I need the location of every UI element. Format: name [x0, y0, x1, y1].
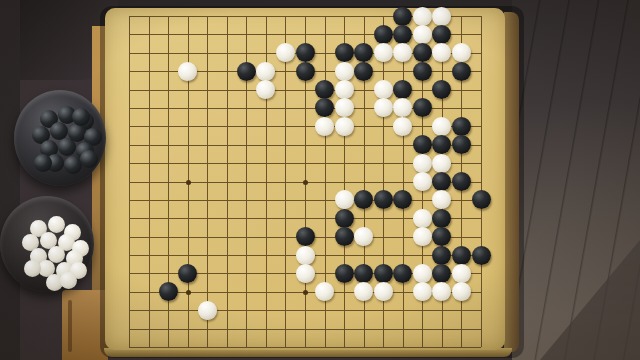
star-point: [303, 290, 308, 295]
black-stone: [335, 227, 354, 246]
black-stone: [335, 264, 354, 283]
white-stone: [315, 282, 334, 301]
white-stone: [432, 154, 451, 173]
black-stone: [413, 62, 432, 81]
black-stone: [374, 190, 393, 209]
black-stone: [432, 209, 451, 228]
white-stone: [296, 246, 315, 265]
white-bowl-stone: [60, 272, 77, 289]
white-stone: [374, 80, 393, 99]
black-stone-bowl: [14, 90, 106, 186]
black-stone: [159, 282, 178, 301]
grid-line-horizontal: [129, 126, 481, 127]
black-stone: [472, 190, 491, 209]
white-stone: [256, 80, 275, 99]
black-stone: [296, 227, 315, 246]
white-stone: [374, 282, 393, 301]
white-stone: [432, 117, 451, 136]
white-stone: [413, 25, 432, 44]
black-bowl-stone: [72, 108, 90, 126]
white-stone: [413, 172, 432, 191]
black-stone: [374, 264, 393, 283]
star-point: [186, 180, 191, 185]
stool-grain: [68, 300, 72, 352]
black-stone: [354, 43, 373, 62]
black-stone: [335, 209, 354, 228]
white-stone: [413, 264, 432, 283]
black-stone: [432, 246, 451, 265]
black-stone: [393, 80, 412, 99]
board-right-side-face: [504, 12, 519, 352]
white-stone: [198, 301, 217, 320]
grid-line-horizontal: [129, 329, 481, 330]
black-stone: [354, 264, 373, 283]
black-stone: [354, 190, 373, 209]
white-stone: [432, 190, 451, 209]
white-stone: [432, 282, 451, 301]
go-board: [105, 8, 505, 350]
white-stone: [432, 43, 451, 62]
grid-line-horizontal: [129, 90, 481, 91]
black-stone: [452, 117, 471, 136]
black-stone: [296, 43, 315, 62]
white-bowl-stone: [48, 216, 65, 233]
black-stone: [178, 264, 197, 283]
white-stone: [413, 154, 432, 173]
white-stone: [296, 264, 315, 283]
black-bowl-stone: [80, 150, 98, 168]
white-stone: [374, 98, 393, 117]
white-stone: [335, 80, 354, 99]
black-bowl-stone: [34, 154, 52, 172]
white-stone: [374, 43, 393, 62]
black-stone: [472, 246, 491, 265]
white-stone: [432, 7, 451, 26]
black-stone: [335, 43, 354, 62]
white-stone: [178, 62, 197, 81]
white-stone: [335, 62, 354, 81]
white-stone: [276, 43, 295, 62]
white-stone: [393, 43, 412, 62]
table-left-edge: [0, 0, 20, 360]
go-game-photo: [0, 0, 640, 360]
white-stone: [393, 98, 412, 117]
white-stone: [452, 43, 471, 62]
white-stone: [335, 117, 354, 136]
black-stone: [413, 43, 432, 62]
star-point: [186, 290, 191, 295]
white-stone: [413, 282, 432, 301]
black-stone: [432, 172, 451, 191]
black-bowl-stone: [58, 138, 76, 156]
black-stone: [432, 227, 451, 246]
black-stone: [432, 25, 451, 44]
black-stone: [413, 135, 432, 154]
black-stone: [452, 135, 471, 154]
black-stone: [452, 172, 471, 191]
white-stone-bowl: [0, 196, 94, 292]
star-point: [303, 180, 308, 185]
white-stone: [354, 227, 373, 246]
white-bowl-stone: [24, 260, 41, 277]
black-stone: [315, 98, 334, 117]
black-stone: [315, 80, 334, 99]
black-stone: [393, 190, 412, 209]
grid-line-horizontal: [129, 200, 481, 201]
black-stone: [393, 7, 412, 26]
black-stone: [452, 246, 471, 265]
white-stone: [354, 282, 373, 301]
black-stone: [237, 62, 256, 81]
white-stone: [335, 98, 354, 117]
white-stone: [413, 227, 432, 246]
black-stone: [452, 62, 471, 81]
black-stone: [296, 62, 315, 81]
white-stone: [315, 117, 334, 136]
grid-line-horizontal: [129, 347, 481, 348]
grid-line-vertical: [481, 16, 482, 347]
black-stone: [354, 62, 373, 81]
white-stone: [452, 282, 471, 301]
white-stone: [413, 7, 432, 26]
black-stone: [432, 264, 451, 283]
black-stone: [432, 135, 451, 154]
black-stone: [393, 25, 412, 44]
white-stone: [256, 62, 275, 81]
white-stone: [413, 209, 432, 228]
black-stone: [413, 98, 432, 117]
white-stone: [335, 190, 354, 209]
black-stone: [374, 25, 393, 44]
black-stone: [432, 80, 451, 99]
white-stone: [393, 117, 412, 136]
black-stone: [393, 264, 412, 283]
white-stone: [452, 264, 471, 283]
grid-line-horizontal: [129, 310, 481, 311]
